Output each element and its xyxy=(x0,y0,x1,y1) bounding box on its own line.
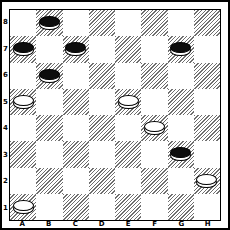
checkers-board xyxy=(9,9,221,221)
square-h2[interactable] xyxy=(194,168,220,194)
square-f4[interactable] xyxy=(141,115,167,141)
square-h3[interactable] xyxy=(194,141,220,167)
square-d7[interactable] xyxy=(89,36,115,62)
square-b2[interactable] xyxy=(36,168,62,194)
square-c7[interactable] xyxy=(63,36,89,62)
square-g6[interactable] xyxy=(168,63,194,89)
square-c4[interactable] xyxy=(63,115,89,141)
black-man-a7[interactable] xyxy=(13,42,34,56)
square-f6[interactable] xyxy=(141,63,167,89)
rank-label-7: 7 xyxy=(2,36,9,63)
square-g4[interactable] xyxy=(168,115,194,141)
square-h8[interactable] xyxy=(194,10,220,36)
white-man-a1[interactable] xyxy=(13,200,34,214)
square-g7[interactable] xyxy=(168,36,194,62)
square-e1[interactable] xyxy=(115,194,141,220)
square-g5[interactable] xyxy=(168,89,194,115)
square-e5[interactable] xyxy=(115,89,141,115)
rank-label-4: 4 xyxy=(2,115,9,142)
square-g3[interactable] xyxy=(168,141,194,167)
square-c3[interactable] xyxy=(63,141,89,167)
square-c1[interactable] xyxy=(63,194,89,220)
piece-disc-top xyxy=(118,95,139,106)
square-c8[interactable] xyxy=(63,10,89,36)
black-man-g7[interactable] xyxy=(170,42,191,56)
square-d6[interactable] xyxy=(89,63,115,89)
square-a6[interactable] xyxy=(10,63,36,89)
file-labels: ABCDEFGH xyxy=(9,220,221,229)
square-b8[interactable] xyxy=(36,10,62,36)
square-e6[interactable] xyxy=(115,63,141,89)
square-b6[interactable] xyxy=(36,63,62,89)
rank-label-1: 1 xyxy=(2,195,9,222)
square-b3[interactable] xyxy=(36,141,62,167)
square-d4[interactable] xyxy=(89,115,115,141)
square-b5[interactable] xyxy=(36,89,62,115)
square-e2[interactable] xyxy=(115,168,141,194)
square-h7[interactable] xyxy=(194,36,220,62)
rank-label-6: 6 xyxy=(2,62,9,89)
square-d8[interactable] xyxy=(89,10,115,36)
piece-disc-top xyxy=(13,95,34,106)
square-a2[interactable] xyxy=(10,168,36,194)
square-b7[interactable] xyxy=(36,36,62,62)
square-h6[interactable] xyxy=(194,63,220,89)
square-c2[interactable] xyxy=(63,168,89,194)
square-c5[interactable] xyxy=(63,89,89,115)
square-a7[interactable] xyxy=(10,36,36,62)
square-e7[interactable] xyxy=(115,36,141,62)
file-label-c: C xyxy=(62,220,89,229)
piece-disc-top xyxy=(39,69,60,80)
rank-label-5: 5 xyxy=(2,89,9,116)
piece-disc-top xyxy=(196,174,217,185)
file-label-f: F xyxy=(142,220,169,229)
white-man-e5[interactable] xyxy=(118,95,139,109)
rank-label-3: 3 xyxy=(2,142,9,169)
square-e4[interactable] xyxy=(115,115,141,141)
black-man-g3[interactable] xyxy=(170,147,191,161)
square-f5[interactable] xyxy=(141,89,167,115)
square-h4[interactable] xyxy=(194,115,220,141)
square-f2[interactable] xyxy=(141,168,167,194)
square-a4[interactable] xyxy=(10,115,36,141)
square-a8[interactable] xyxy=(10,10,36,36)
black-man-b6[interactable] xyxy=(39,69,60,83)
square-d5[interactable] xyxy=(89,89,115,115)
square-d1[interactable] xyxy=(89,194,115,220)
piece-disc-top xyxy=(39,16,60,27)
square-c6[interactable] xyxy=(63,63,89,89)
file-label-e: E xyxy=(115,220,142,229)
diagram-frame: 87654321 ABCDEFGH xyxy=(0,0,230,230)
white-man-a5[interactable] xyxy=(13,95,34,109)
square-e3[interactable] xyxy=(115,141,141,167)
file-label-d: D xyxy=(89,220,116,229)
square-f7[interactable] xyxy=(141,36,167,62)
square-g8[interactable] xyxy=(168,10,194,36)
square-f3[interactable] xyxy=(141,141,167,167)
file-label-g: G xyxy=(168,220,195,229)
square-h5[interactable] xyxy=(194,89,220,115)
square-e8[interactable] xyxy=(115,10,141,36)
square-g1[interactable] xyxy=(168,194,194,220)
square-d2[interactable] xyxy=(89,168,115,194)
square-a1[interactable] xyxy=(10,194,36,220)
square-h1[interactable] xyxy=(194,194,220,220)
black-man-c7[interactable] xyxy=(65,42,86,56)
square-g2[interactable] xyxy=(168,168,194,194)
rank-labels: 87654321 xyxy=(2,9,9,221)
black-man-b8[interactable] xyxy=(39,16,60,30)
piece-disc-top xyxy=(144,121,165,132)
white-man-f4[interactable] xyxy=(144,121,165,135)
square-f1[interactable] xyxy=(141,194,167,220)
square-b1[interactable] xyxy=(36,194,62,220)
rank-label-2: 2 xyxy=(2,168,9,195)
square-f8[interactable] xyxy=(141,10,167,36)
file-label-a: A xyxy=(9,220,36,229)
square-a5[interactable] xyxy=(10,89,36,115)
rank-label-8: 8 xyxy=(2,9,9,36)
square-d3[interactable] xyxy=(89,141,115,167)
file-label-h: H xyxy=(195,220,222,229)
piece-disc-top xyxy=(13,200,34,211)
file-label-b: B xyxy=(36,220,63,229)
square-b4[interactable] xyxy=(36,115,62,141)
white-man-h2[interactable] xyxy=(196,174,217,188)
square-a3[interactable] xyxy=(10,141,36,167)
